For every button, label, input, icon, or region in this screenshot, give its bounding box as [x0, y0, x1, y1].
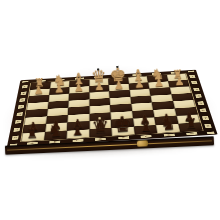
corner-inlay: [188, 70, 195, 72]
white-pawn[interactable]: ♟: [129, 78, 150, 90]
black-queen-finial: [98, 117, 101, 120]
coordinate-label: 2: [21, 92, 27, 95]
coordinate-label: 8: [12, 136, 19, 140]
square-h8[interactable]: ♜: [178, 122, 203, 132]
black-queen[interactable]: ♛: [88, 116, 112, 137]
square-b8[interactable]: ♞: [44, 130, 67, 140]
coordinate-label: F: [141, 135, 152, 138]
coordinate-slot: G: [157, 133, 180, 137]
square-g8[interactable]: ♞: [156, 124, 180, 134]
coordinate-label: 3: [19, 98, 25, 102]
chessboard-frame: ABCDEFGH ABCDEFGH 12345678 12345678 ♜♞♝♛…: [7, 70, 218, 148]
coordinate-slot: 8: [10, 133, 19, 142]
white-pawn[interactable]: ♟: [88, 80, 109, 92]
corner-inlay: [207, 131, 215, 134]
black-bishop[interactable]: ♝: [133, 115, 157, 134]
white-pawn[interactable]: ♟: [169, 75, 190, 87]
white-pawn[interactable]: ♟: [149, 76, 170, 88]
photo-stage: ABCDEFGH ABCDEFGH 12345678 12345678 ♜♞♝♛…: [0, 0, 220, 220]
coordinate-label: G: [164, 134, 175, 137]
coordinate-label: 3: [193, 88, 200, 91]
white-pawn[interactable]: ♟: [108, 79, 129, 91]
black-rook[interactable]: ♜: [179, 117, 202, 132]
square-h5[interactable]: [173, 100, 196, 108]
white-king-finial: [116, 65, 118, 67]
board-perspective-wrapper: ABCDEFGH ABCDEFGH 12345678 12345678 ♜♞♝♛…: [8, 3, 211, 206]
coordinate-label: 4: [195, 94, 202, 98]
black-bishop[interactable]: ♝: [65, 119, 89, 138]
square-h4[interactable]: [171, 93, 194, 101]
board-scene: ABCDEFGH ABCDEFGH 12345678 12345678 ♜♞♝♛…: [8, 3, 211, 206]
coordinate-label: 7: [202, 116, 209, 120]
white-pawn[interactable]: ♟: [68, 81, 89, 93]
black-king-finial: [121, 114, 124, 117]
coordinate-label: 5: [197, 101, 204, 105]
coordinate-slot: H: [180, 131, 204, 135]
square-a4[interactable]: [27, 102, 49, 110]
coordinate-label: 7: [13, 127, 20, 131]
square-c8[interactable]: ♝: [67, 129, 90, 139]
coordinate-slot: 8: [203, 122, 213, 131]
square-e8[interactable]: ♚: [111, 126, 134, 136]
coordinate-label: 6: [200, 108, 207, 112]
coordinate-label: 8: [204, 124, 211, 128]
square-f8[interactable]: ♝: [134, 125, 158, 135]
coordinate-label: 6: [15, 120, 22, 124]
square-h3[interactable]: [169, 86, 191, 94]
white-queen-finial: [97, 68, 99, 70]
coordinate-label: 1: [22, 85, 28, 88]
chessboard-squares: ♜♞♝♛♚♝♞♜♟♟♟♟♟♟♟♟♟♟♟♟♟♟♟♟♜♞♝♛♚♝♞♜: [20, 74, 203, 142]
square-a8[interactable]: ♜: [21, 132, 45, 142]
square-b5[interactable]: [47, 108, 69, 117]
white-pawn[interactable]: ♟: [48, 82, 69, 94]
square-d8[interactable]: ♛: [89, 128, 112, 138]
coordinate-label: 4: [18, 105, 24, 109]
square-e4[interactable]: [110, 97, 131, 105]
black-knight[interactable]: ♞: [156, 115, 180, 133]
coordinate-label: 5: [16, 112, 22, 116]
white-pawn[interactable]: ♟: [28, 84, 49, 96]
coordinate-label: 2: [191, 81, 197, 84]
black-king[interactable]: ♚: [111, 113, 135, 136]
coordinate-label: 1: [189, 75, 195, 78]
square-c2[interactable]: ♟: [69, 86, 89, 94]
square-g3[interactable]: [149, 88, 171, 96]
square-c4[interactable]: [68, 99, 89, 107]
black-knight[interactable]: ♞: [43, 122, 67, 140]
black-rook[interactable]: ♜: [20, 127, 43, 142]
brass-clasp-icon: [136, 140, 147, 146]
corner-inlay: [22, 81, 28, 83]
coordinate-label: H: [186, 132, 197, 135]
square-c3[interactable]: [69, 92, 89, 100]
coordinate-label: E: [118, 136, 129, 139]
square-d3[interactable]: [89, 91, 109, 99]
